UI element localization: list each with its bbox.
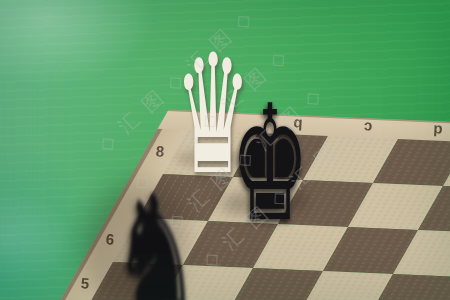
chessboard-photo: bcd865 ♛♚♞ ◇汇图◇汇图◇◇汇图◇汇图◇◇汇图◇汇图◇◇汇图◇汇图◇ (0, 0, 450, 300)
rank-label-5: 5 (81, 275, 91, 293)
chess-board (0, 130, 450, 300)
file-label-b: b (293, 116, 303, 133)
rank-label-8: 8 (156, 143, 166, 161)
file-label-d: d (433, 122, 443, 139)
file-label-c: c (364, 119, 373, 136)
board-squares (0, 130, 450, 300)
rank-label-6: 6 (106, 231, 116, 249)
